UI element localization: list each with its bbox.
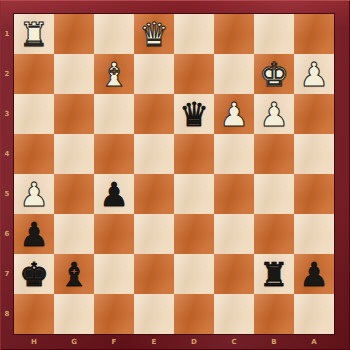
square-e7[interactable]	[134, 254, 174, 294]
square-d8[interactable]	[174, 294, 214, 334]
square-h1[interactable]: ♜	[14, 14, 54, 54]
square-c8[interactable]	[214, 294, 254, 334]
square-f5[interactable]: ♟	[94, 174, 134, 214]
square-d5[interactable]	[174, 174, 214, 214]
square-h2[interactable]	[14, 54, 54, 94]
square-b8[interactable]	[254, 294, 294, 334]
black-pawn: ♟	[94, 174, 134, 214]
square-h6[interactable]: ♟	[14, 214, 54, 254]
square-a1[interactable]	[294, 14, 334, 54]
square-e3[interactable]	[134, 94, 174, 134]
square-f3[interactable]	[94, 94, 134, 134]
square-h4[interactable]	[14, 134, 54, 174]
white-pawn: ♟	[254, 94, 294, 134]
chess-board: ♜♛♝♚♟♛♟♟♟♟♟♚♝♜♟	[14, 14, 334, 334]
rank-label-8: 8	[0, 294, 14, 334]
square-g2[interactable]	[54, 54, 94, 94]
rank-label-6: 6	[0, 214, 14, 254]
file-label-f: F	[94, 334, 134, 350]
square-g4[interactable]	[54, 134, 94, 174]
rank-label-5: 5	[0, 174, 14, 214]
file-label-e: E	[134, 334, 174, 350]
square-g6[interactable]	[54, 214, 94, 254]
square-a8[interactable]	[294, 294, 334, 334]
square-f2[interactable]: ♝	[94, 54, 134, 94]
square-d7[interactable]	[174, 254, 214, 294]
square-b5[interactable]	[254, 174, 294, 214]
square-b7[interactable]: ♜	[254, 254, 294, 294]
black-king: ♚	[14, 254, 54, 294]
rank-label-2: 2	[0, 54, 14, 94]
square-c5[interactable]	[214, 174, 254, 214]
square-f7[interactable]	[94, 254, 134, 294]
black-queen: ♛	[174, 94, 214, 134]
rank-label-3: 3	[0, 94, 14, 134]
square-e4[interactable]	[134, 134, 174, 174]
square-h7[interactable]: ♚	[14, 254, 54, 294]
square-f6[interactable]	[94, 214, 134, 254]
square-e6[interactable]	[134, 214, 174, 254]
square-g5[interactable]	[54, 174, 94, 214]
white-queen: ♛	[134, 14, 174, 54]
square-a7[interactable]: ♟	[294, 254, 334, 294]
square-b3[interactable]: ♟	[254, 94, 294, 134]
square-c4[interactable]	[214, 134, 254, 174]
chess-board-frame: ♜♛♝♚♟♛♟♟♟♟♟♚♝♜♟ 12345678HGFEDCBA	[0, 0, 350, 350]
square-g8[interactable]	[54, 294, 94, 334]
square-c6[interactable]	[214, 214, 254, 254]
square-e5[interactable]	[134, 174, 174, 214]
black-pawn: ♟	[14, 214, 54, 254]
white-pawn: ♟	[214, 94, 254, 134]
square-a5[interactable]	[294, 174, 334, 214]
square-d2[interactable]	[174, 54, 214, 94]
square-b4[interactable]	[254, 134, 294, 174]
square-c3[interactable]: ♟	[214, 94, 254, 134]
white-pawn: ♟	[14, 174, 54, 214]
rank-label-4: 4	[0, 134, 14, 174]
square-h8[interactable]	[14, 294, 54, 334]
file-label-h: H	[14, 334, 54, 350]
file-label-a: A	[294, 334, 334, 350]
square-f4[interactable]	[94, 134, 134, 174]
white-rook: ♜	[14, 14, 54, 54]
square-b1[interactable]	[254, 14, 294, 54]
square-f8[interactable]	[94, 294, 134, 334]
square-c1[interactable]	[214, 14, 254, 54]
square-d4[interactable]	[174, 134, 214, 174]
square-e2[interactable]	[134, 54, 174, 94]
square-c2[interactable]	[214, 54, 254, 94]
square-b2[interactable]: ♚	[254, 54, 294, 94]
square-e8[interactable]	[134, 294, 174, 334]
white-bishop: ♝	[94, 54, 134, 94]
square-e1[interactable]: ♛	[134, 14, 174, 54]
white-king: ♚	[254, 54, 294, 94]
rank-label-1: 1	[0, 14, 14, 54]
file-label-b: B	[254, 334, 294, 350]
file-label-c: C	[214, 334, 254, 350]
square-d3[interactable]: ♛	[174, 94, 214, 134]
square-a6[interactable]	[294, 214, 334, 254]
square-a2[interactable]: ♟	[294, 54, 334, 94]
square-g1[interactable]	[54, 14, 94, 54]
white-pawn: ♟	[294, 54, 334, 94]
black-pawn: ♟	[294, 254, 334, 294]
file-label-g: G	[54, 334, 94, 350]
square-a4[interactable]	[294, 134, 334, 174]
square-d1[interactable]	[174, 14, 214, 54]
square-b6[interactable]	[254, 214, 294, 254]
file-label-d: D	[174, 334, 214, 350]
square-a3[interactable]	[294, 94, 334, 134]
black-rook: ♜	[254, 254, 294, 294]
square-g3[interactable]	[54, 94, 94, 134]
square-g7[interactable]: ♝	[54, 254, 94, 294]
black-bishop: ♝	[54, 254, 94, 294]
rank-label-7: 7	[0, 254, 14, 294]
square-f1[interactable]	[94, 14, 134, 54]
square-c7[interactable]	[214, 254, 254, 294]
square-d6[interactable]	[174, 214, 214, 254]
square-h5[interactable]: ♟	[14, 174, 54, 214]
square-h3[interactable]	[14, 94, 54, 134]
